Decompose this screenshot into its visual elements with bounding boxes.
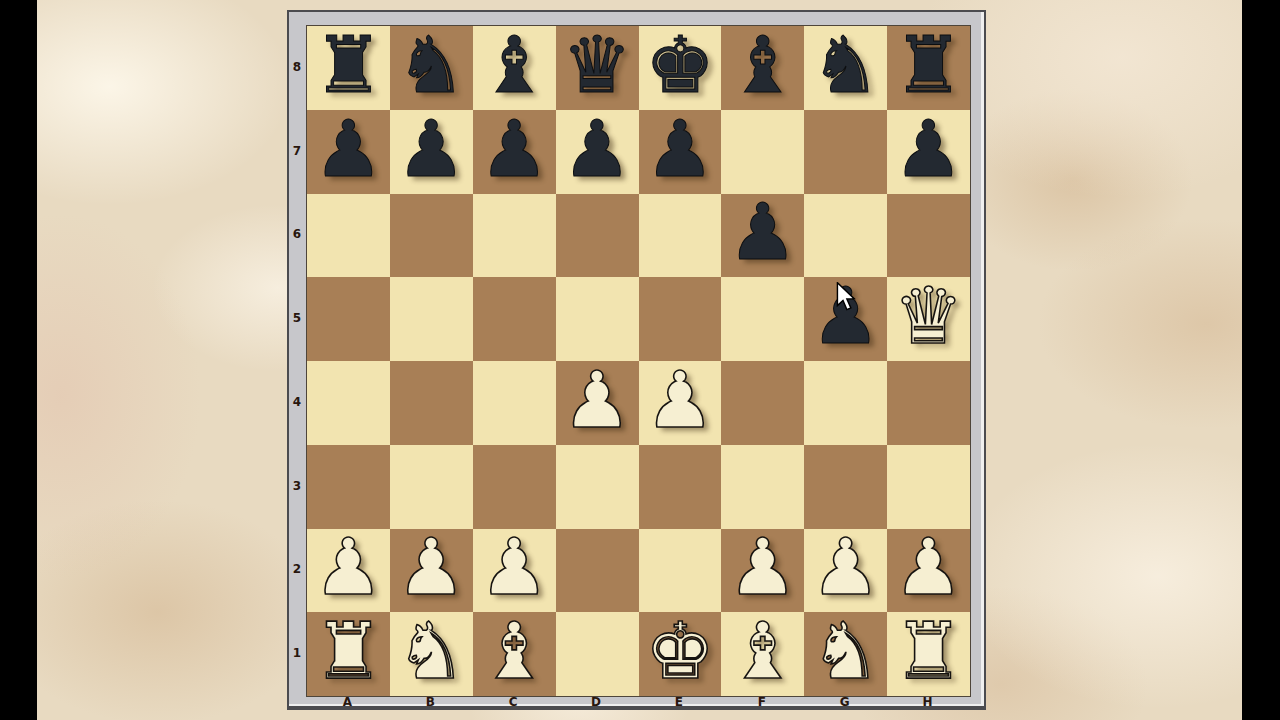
square-c5[interactable] [473,277,556,361]
piece-white-rook[interactable]: ♜ [894,612,964,690]
square-a5[interactable] [307,277,390,361]
square-d3[interactable] [556,445,639,529]
rank-label-8: 8 [293,60,301,74]
square-f2[interactable]: ♟ [721,529,804,613]
piece-white-pawn[interactable]: ♟ [728,528,798,606]
rank-label-4: 4 [293,395,301,409]
square-e5[interactable] [639,277,722,361]
square-d8[interactable]: ♛ [556,26,639,110]
square-f5[interactable] [721,277,804,361]
piece-black-pawn[interactable]: ♟ [728,193,798,271]
square-f3[interactable] [721,445,804,529]
square-a8[interactable]: ♜ [307,26,390,110]
square-f8[interactable]: ♝ [721,26,804,110]
square-b4[interactable] [390,361,473,445]
piece-black-bishop[interactable]: ♝ [728,26,798,104]
square-h6[interactable] [887,194,970,278]
square-e2[interactable] [639,529,722,613]
piece-black-bishop[interactable]: ♝ [479,26,549,104]
square-e4[interactable]: ♟ [639,361,722,445]
piece-white-pawn[interactable]: ♟ [894,528,964,606]
piece-white-king[interactable]: ♚ [645,612,715,690]
square-g3[interactable] [804,445,887,529]
square-e1[interactable]: ♚ [639,612,722,696]
square-c4[interactable] [473,361,556,445]
square-a6[interactable] [307,194,390,278]
square-g4[interactable] [804,361,887,445]
square-d7[interactable]: ♟ [556,110,639,194]
square-e3[interactable] [639,445,722,529]
square-c8[interactable]: ♝ [473,26,556,110]
piece-black-king[interactable]: ♚ [645,26,715,104]
square-e7[interactable]: ♟ [639,110,722,194]
file-label-d: D [591,695,601,709]
piece-white-knight[interactable]: ♞ [396,612,466,690]
square-b3[interactable] [390,445,473,529]
square-d4[interactable]: ♟ [556,361,639,445]
square-g1[interactable]: ♞ [804,612,887,696]
piece-white-pawn[interactable]: ♟ [811,528,881,606]
square-b5[interactable] [390,277,473,361]
square-f4[interactable] [721,361,804,445]
chess-board[interactable]: ♜♞♝♛♚♝♞♜♟♟♟♟♟♟♟♟♛♟♟♟♟♟♟♟♟♜♞♝♚♝♞♜ [306,25,971,697]
piece-black-pawn[interactable]: ♟ [894,110,964,188]
square-b1[interactable]: ♞ [390,612,473,696]
square-h5[interactable]: ♛ [887,277,970,361]
piece-black-pawn[interactable]: ♟ [396,110,466,188]
piece-white-bishop[interactable]: ♝ [728,612,798,690]
square-h2[interactable]: ♟ [887,529,970,613]
square-d5[interactable] [556,277,639,361]
square-h4[interactable] [887,361,970,445]
rank-label-3: 3 [293,479,301,493]
square-a7[interactable]: ♟ [307,110,390,194]
piece-white-bishop[interactable]: ♝ [479,612,549,690]
rank-label-1: 1 [293,646,301,660]
piece-white-pawn[interactable]: ♟ [562,361,632,439]
square-h8[interactable]: ♜ [887,26,970,110]
piece-white-rook[interactable]: ♜ [313,612,383,690]
piece-black-rook[interactable]: ♜ [313,26,383,104]
square-b7[interactable]: ♟ [390,110,473,194]
piece-black-pawn[interactable]: ♟ [645,110,715,188]
mouse-cursor-icon [836,282,856,312]
square-d2[interactable] [556,529,639,613]
square-a1[interactable]: ♜ [307,612,390,696]
square-h3[interactable] [887,445,970,529]
square-b2[interactable]: ♟ [390,529,473,613]
piece-white-knight[interactable]: ♞ [811,612,881,690]
piece-black-rook[interactable]: ♜ [894,26,964,104]
square-d6[interactable] [556,194,639,278]
rank-label-2: 2 [293,562,301,576]
file-label-e: E [675,695,683,709]
square-f6[interactable]: ♟ [721,194,804,278]
square-c7[interactable]: ♟ [473,110,556,194]
piece-black-pawn[interactable]: ♟ [479,110,549,188]
piece-white-pawn[interactable]: ♟ [396,528,466,606]
piece-black-knight[interactable]: ♞ [811,26,881,104]
square-g8[interactable]: ♞ [804,26,887,110]
square-g2[interactable]: ♟ [804,529,887,613]
square-e6[interactable] [639,194,722,278]
square-h1[interactable]: ♜ [887,612,970,696]
square-g6[interactable] [804,194,887,278]
file-label-c: C [509,695,518,709]
piece-black-pawn[interactable]: ♟ [313,110,383,188]
piece-white-queen[interactable]: ♛ [894,277,964,355]
rank-label-7: 7 [293,144,301,158]
square-h7[interactable]: ♟ [887,110,970,194]
file-label-a: A [343,695,352,709]
square-c2[interactable]: ♟ [473,529,556,613]
piece-white-pawn[interactable]: ♟ [313,528,383,606]
rank-label-5: 5 [293,311,301,325]
file-label-g: G [840,695,850,709]
square-a3[interactable] [307,445,390,529]
square-c6[interactable] [473,194,556,278]
file-label-b: B [426,695,435,709]
piece-white-pawn[interactable]: ♟ [479,528,549,606]
square-a2[interactable]: ♟ [307,529,390,613]
piece-white-pawn[interactable]: ♟ [645,361,715,439]
file-label-h: H [923,695,933,709]
rank-label-6: 6 [293,227,301,241]
square-c1[interactable]: ♝ [473,612,556,696]
file-label-f: F [758,695,766,709]
square-b8[interactable]: ♞ [390,26,473,110]
square-c3[interactable] [473,445,556,529]
piece-black-pawn[interactable]: ♟ [562,110,632,188]
square-g7[interactable] [804,110,887,194]
piece-black-queen[interactable]: ♛ [562,26,632,104]
square-f1[interactable]: ♝ [721,612,804,696]
square-f7[interactable] [721,110,804,194]
letterbox-left [0,0,37,720]
letterbox-right [1242,0,1280,720]
piece-black-knight[interactable]: ♞ [396,26,466,104]
square-b6[interactable] [390,194,473,278]
square-a4[interactable] [307,361,390,445]
chess-board-frame: ♜♞♝♛♚♝♞♜♟♟♟♟♟♟♟♟♛♟♟♟♟♟♟♟♟♜♞♝♚♝♞♜ 8765432… [287,10,986,710]
square-e8[interactable]: ♚ [639,26,722,110]
square-d1[interactable] [556,612,639,696]
